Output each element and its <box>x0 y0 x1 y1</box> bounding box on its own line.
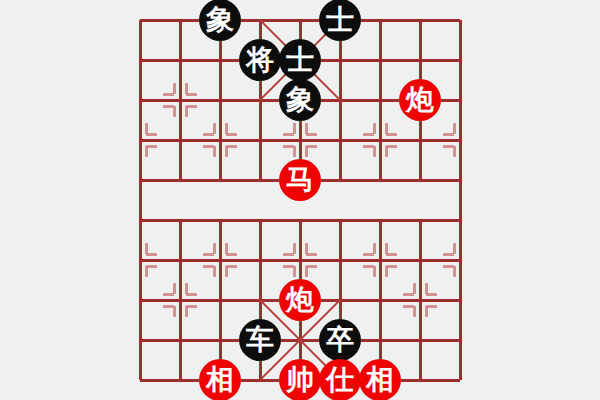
piece-black-advisor[interactable]: 士 <box>319 0 361 41</box>
piece-black-chariot[interactable]: 车 <box>239 319 281 361</box>
piece-red-cannon[interactable]: 炮 <box>399 79 441 121</box>
piece-red-cannon[interactable]: 炮 <box>279 279 321 321</box>
piece-red-advisor[interactable]: 仕 <box>319 359 361 400</box>
piece-red-general[interactable]: 帅 <box>279 359 321 400</box>
piece-black-elephant[interactable]: 象 <box>199 0 241 41</box>
xiangqi-board: 象士将士象炮马炮车卒相帅仕相 <box>0 0 600 400</box>
piece-black-elephant[interactable]: 象 <box>279 79 321 121</box>
piece-black-advisor[interactable]: 士 <box>279 39 321 81</box>
piece-red-elephant[interactable]: 相 <box>359 359 401 400</box>
piece-black-soldier[interactable]: 卒 <box>319 319 361 361</box>
piece-black-general[interactable]: 将 <box>239 39 281 81</box>
piece-red-horse[interactable]: 马 <box>279 159 321 201</box>
piece-red-elephant[interactable]: 相 <box>199 359 241 400</box>
